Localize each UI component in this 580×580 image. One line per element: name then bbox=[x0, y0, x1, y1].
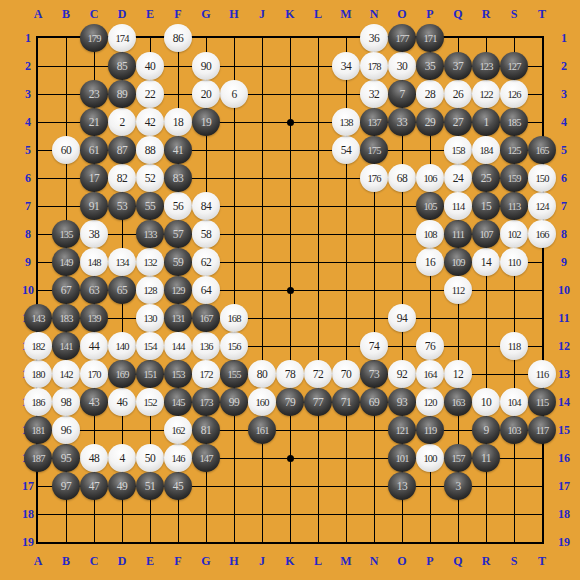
stone-black-S2: 127 bbox=[500, 52, 528, 80]
stone-white-G3: 20 bbox=[192, 80, 220, 108]
go-board[interactable]: AABBCCDDEEFFGGHHJJKKLLMMNNOOPPQQRRSSTT11… bbox=[0, 0, 580, 580]
stone-black-G14: 173 bbox=[192, 388, 220, 416]
stone-black-Q17: 3 bbox=[444, 472, 472, 500]
stone-black-D3: 89 bbox=[108, 80, 136, 108]
row-label-right-19: 19 bbox=[548, 534, 580, 550]
stone-black-R16: 11 bbox=[472, 444, 500, 472]
col-label-bottom-E: E bbox=[140, 553, 160, 569]
row-label-left-4: 4 bbox=[12, 114, 44, 130]
col-label-top-L: L bbox=[308, 6, 328, 22]
stone-white-O11: 94 bbox=[388, 304, 416, 332]
stone-white-G9: 62 bbox=[192, 248, 220, 276]
stone-black-N13: 73 bbox=[360, 360, 388, 388]
stone-white-F12: 144 bbox=[164, 332, 192, 360]
stone-white-G2: 90 bbox=[192, 52, 220, 80]
stone-white-E9: 132 bbox=[136, 248, 164, 276]
col-label-bottom-P: P bbox=[420, 553, 440, 569]
stone-white-E12: 154 bbox=[136, 332, 164, 360]
row-label-left-1: 1 bbox=[12, 30, 44, 46]
stone-white-P13: 164 bbox=[416, 360, 444, 388]
stone-white-D14: 46 bbox=[108, 388, 136, 416]
stone-white-S12: 118 bbox=[500, 332, 528, 360]
row-label-right-10: 10 bbox=[548, 282, 580, 298]
stone-white-P9: 16 bbox=[416, 248, 444, 276]
stone-black-B11: 183 bbox=[52, 304, 80, 332]
stone-white-E11: 130 bbox=[136, 304, 164, 332]
stone-black-E13: 151 bbox=[136, 360, 164, 388]
stone-black-S7: 113 bbox=[500, 192, 528, 220]
row-label-left-2: 2 bbox=[12, 58, 44, 74]
stone-black-O4: 33 bbox=[388, 108, 416, 136]
row-label-left-6: 6 bbox=[12, 170, 44, 186]
col-label-bottom-B: B bbox=[56, 553, 76, 569]
row-label-left-9: 9 bbox=[12, 254, 44, 270]
stone-black-G16: 147 bbox=[192, 444, 220, 472]
stone-black-S15: 103 bbox=[500, 416, 528, 444]
stone-black-K14: 79 bbox=[276, 388, 304, 416]
stone-black-G4: 19 bbox=[192, 108, 220, 136]
stone-white-D16: 4 bbox=[108, 444, 136, 472]
col-label-top-S: S bbox=[504, 6, 524, 22]
row-label-right-18: 18 bbox=[548, 506, 580, 522]
row-label-right-11: 11 bbox=[548, 310, 580, 326]
stone-black-O1: 177 bbox=[388, 24, 416, 52]
stone-black-B8: 135 bbox=[52, 220, 80, 248]
stone-white-E2: 40 bbox=[136, 52, 164, 80]
stone-white-G7: 84 bbox=[192, 192, 220, 220]
stone-white-D6: 82 bbox=[108, 164, 136, 192]
col-label-top-G: G bbox=[196, 6, 216, 22]
stone-black-A16: 187 bbox=[24, 444, 52, 472]
stone-white-C12: 44 bbox=[80, 332, 108, 360]
col-label-top-T: T bbox=[532, 6, 552, 22]
stone-white-C8: 38 bbox=[80, 220, 108, 248]
row-label-right-16: 16 bbox=[548, 450, 580, 466]
stone-white-P3: 28 bbox=[416, 80, 444, 108]
star-point-K4 bbox=[287, 119, 294, 126]
stone-white-E10: 128 bbox=[136, 276, 164, 304]
stone-black-O15: 121 bbox=[388, 416, 416, 444]
stone-white-E16: 50 bbox=[136, 444, 164, 472]
col-label-top-N: N bbox=[364, 6, 384, 22]
stone-black-P4: 29 bbox=[416, 108, 444, 136]
stone-white-R9: 14 bbox=[472, 248, 500, 276]
stone-white-C16: 48 bbox=[80, 444, 108, 472]
stone-white-M4: 138 bbox=[332, 108, 360, 136]
stone-black-A11: 143 bbox=[24, 304, 52, 332]
stone-black-C7: 91 bbox=[80, 192, 108, 220]
row-label-left-7: 7 bbox=[12, 198, 44, 214]
stone-black-R8: 107 bbox=[472, 220, 500, 248]
stone-black-P7: 105 bbox=[416, 192, 444, 220]
grid-line-vertical-L bbox=[318, 38, 319, 542]
row-label-left-3: 3 bbox=[12, 86, 44, 102]
stone-white-R3: 122 bbox=[472, 80, 500, 108]
stone-white-N2: 178 bbox=[360, 52, 388, 80]
stone-white-S14: 104 bbox=[500, 388, 528, 416]
stone-white-E3: 22 bbox=[136, 80, 164, 108]
col-label-bottom-O: O bbox=[392, 553, 412, 569]
col-label-top-P: P bbox=[420, 6, 440, 22]
stone-black-D2: 85 bbox=[108, 52, 136, 80]
col-label-top-E: E bbox=[140, 6, 160, 22]
col-label-bottom-G: G bbox=[196, 553, 216, 569]
stone-white-S8: 102 bbox=[500, 220, 528, 248]
stone-white-Q7: 114 bbox=[444, 192, 472, 220]
stone-white-G10: 64 bbox=[192, 276, 220, 304]
col-label-bottom-D: D bbox=[112, 553, 132, 569]
row-label-left-10: 10 bbox=[12, 282, 44, 298]
stone-white-H3: 6 bbox=[220, 80, 248, 108]
stone-black-R7: 15 bbox=[472, 192, 500, 220]
stone-white-T13: 116 bbox=[528, 360, 556, 388]
row-label-right-9: 9 bbox=[548, 254, 580, 270]
col-label-bottom-J: J bbox=[252, 553, 272, 569]
stone-white-D12: 140 bbox=[108, 332, 136, 360]
stone-black-S6: 159 bbox=[500, 164, 528, 192]
stone-white-N6: 176 bbox=[360, 164, 388, 192]
stone-white-Q3: 26 bbox=[444, 80, 472, 108]
stone-black-D5: 87 bbox=[108, 136, 136, 164]
stone-black-C11: 139 bbox=[80, 304, 108, 332]
col-label-top-D: D bbox=[112, 6, 132, 22]
stone-white-D9: 134 bbox=[108, 248, 136, 276]
stone-black-D13: 169 bbox=[108, 360, 136, 388]
stone-black-A15: 181 bbox=[24, 416, 52, 444]
stone-white-P8: 108 bbox=[416, 220, 444, 248]
stone-black-R6: 25 bbox=[472, 164, 500, 192]
stone-black-C6: 17 bbox=[80, 164, 108, 192]
col-label-bottom-T: T bbox=[532, 553, 552, 569]
stone-white-F15: 162 bbox=[164, 416, 192, 444]
col-label-bottom-C: C bbox=[84, 553, 104, 569]
row-label-left-8: 8 bbox=[12, 226, 44, 242]
stone-black-F10: 129 bbox=[164, 276, 192, 304]
grid-line-horizontal-11 bbox=[38, 318, 542, 319]
stone-black-C1: 179 bbox=[80, 24, 108, 52]
stone-black-C17: 47 bbox=[80, 472, 108, 500]
stone-white-E14: 152 bbox=[136, 388, 164, 416]
stone-white-B13: 142 bbox=[52, 360, 80, 388]
stone-white-A13: 180 bbox=[24, 360, 52, 388]
row-label-left-5: 5 bbox=[12, 142, 44, 158]
stone-black-F17: 45 bbox=[164, 472, 192, 500]
stone-black-F14: 145 bbox=[164, 388, 192, 416]
star-point-K16 bbox=[287, 455, 294, 462]
stone-white-R14: 10 bbox=[472, 388, 500, 416]
stone-white-O2: 30 bbox=[388, 52, 416, 80]
stone-black-J15: 161 bbox=[248, 416, 276, 444]
stone-black-M14: 71 bbox=[332, 388, 360, 416]
col-label-bottom-M: M bbox=[336, 553, 356, 569]
stone-black-Q8: 111 bbox=[444, 220, 472, 248]
stone-white-A14: 186 bbox=[24, 388, 52, 416]
stone-white-B15: 96 bbox=[52, 416, 80, 444]
stone-black-D10: 65 bbox=[108, 276, 136, 304]
stone-black-T14: 115 bbox=[528, 388, 556, 416]
col-label-top-J: J bbox=[252, 6, 272, 22]
stone-white-F16: 146 bbox=[164, 444, 192, 472]
stone-black-H13: 155 bbox=[220, 360, 248, 388]
stone-black-C10: 63 bbox=[80, 276, 108, 304]
stone-black-E8: 133 bbox=[136, 220, 164, 248]
stone-white-O6: 68 bbox=[388, 164, 416, 192]
stone-white-F4: 18 bbox=[164, 108, 192, 136]
stone-white-P14: 120 bbox=[416, 388, 444, 416]
stone-black-F5: 41 bbox=[164, 136, 192, 164]
row-label-right-1: 1 bbox=[548, 30, 580, 46]
stone-black-O16: 101 bbox=[388, 444, 416, 472]
stone-black-E7: 55 bbox=[136, 192, 164, 220]
row-label-right-3: 3 bbox=[548, 86, 580, 102]
stone-black-F6: 83 bbox=[164, 164, 192, 192]
col-label-bottom-H: H bbox=[224, 553, 244, 569]
stone-black-Q16: 157 bbox=[444, 444, 472, 472]
stone-black-S5: 125 bbox=[500, 136, 528, 164]
stone-black-G15: 81 bbox=[192, 416, 220, 444]
stone-white-J14: 160 bbox=[248, 388, 276, 416]
stone-black-R15: 9 bbox=[472, 416, 500, 444]
stone-white-M2: 34 bbox=[332, 52, 360, 80]
stone-white-E4: 42 bbox=[136, 108, 164, 136]
row-label-right-2: 2 bbox=[548, 58, 580, 74]
stone-black-C5: 61 bbox=[80, 136, 108, 164]
stone-black-G11: 167 bbox=[192, 304, 220, 332]
stone-black-C3: 23 bbox=[80, 80, 108, 108]
stone-white-Q6: 24 bbox=[444, 164, 472, 192]
col-label-top-B: B bbox=[56, 6, 76, 22]
stone-white-M5: 54 bbox=[332, 136, 360, 164]
col-label-top-K: K bbox=[280, 6, 300, 22]
col-label-bottom-N: N bbox=[364, 553, 384, 569]
stone-white-P6: 106 bbox=[416, 164, 444, 192]
col-label-top-C: C bbox=[84, 6, 104, 22]
stone-white-F1: 86 bbox=[164, 24, 192, 52]
stone-black-R2: 123 bbox=[472, 52, 500, 80]
stone-black-D7: 53 bbox=[108, 192, 136, 220]
stone-white-B14: 98 bbox=[52, 388, 80, 416]
col-label-bottom-R: R bbox=[476, 553, 496, 569]
stone-white-J13: 80 bbox=[248, 360, 276, 388]
stone-white-Q5: 158 bbox=[444, 136, 472, 164]
star-point-K10 bbox=[287, 287, 294, 294]
stone-white-R5: 184 bbox=[472, 136, 500, 164]
stone-white-T6: 150 bbox=[528, 164, 556, 192]
stone-black-B10: 67 bbox=[52, 276, 80, 304]
stone-black-R4: 1 bbox=[472, 108, 500, 136]
col-label-top-M: M bbox=[336, 6, 356, 22]
stone-black-S4: 185 bbox=[500, 108, 528, 136]
stone-black-O3: 7 bbox=[388, 80, 416, 108]
stone-black-B12: 141 bbox=[52, 332, 80, 360]
stone-black-T15: 117 bbox=[528, 416, 556, 444]
row-label-left-17: 17 bbox=[12, 478, 44, 494]
col-label-top-A: A bbox=[28, 6, 48, 22]
grid-line-horizontal-18 bbox=[38, 514, 542, 515]
col-label-top-F: F bbox=[168, 6, 188, 22]
stone-black-N14: 69 bbox=[360, 388, 388, 416]
stone-black-F13: 153 bbox=[164, 360, 192, 388]
stone-black-B9: 149 bbox=[52, 248, 80, 276]
stone-white-L13: 72 bbox=[304, 360, 332, 388]
col-label-top-O: O bbox=[392, 6, 412, 22]
row-label-left-19: 19 bbox=[12, 534, 44, 550]
stone-white-D1: 174 bbox=[108, 24, 136, 52]
stone-black-H14: 99 bbox=[220, 388, 248, 416]
stone-white-P16: 100 bbox=[416, 444, 444, 472]
stone-white-Q13: 12 bbox=[444, 360, 472, 388]
col-label-bottom-K: K bbox=[280, 553, 300, 569]
col-label-top-R: R bbox=[476, 6, 496, 22]
stone-white-P12: 76 bbox=[416, 332, 444, 360]
stone-black-O14: 93 bbox=[388, 388, 416, 416]
row-label-right-4: 4 bbox=[548, 114, 580, 130]
stone-white-C9: 148 bbox=[80, 248, 108, 276]
stone-black-B17: 97 bbox=[52, 472, 80, 500]
stone-black-Q14: 163 bbox=[444, 388, 472, 416]
stone-white-N3: 32 bbox=[360, 80, 388, 108]
stone-white-D4: 2 bbox=[108, 108, 136, 136]
stone-white-C13: 170 bbox=[80, 360, 108, 388]
stone-white-N1: 36 bbox=[360, 24, 388, 52]
stone-black-Q9: 109 bbox=[444, 248, 472, 276]
stone-white-Q10: 112 bbox=[444, 276, 472, 304]
stone-white-G13: 172 bbox=[192, 360, 220, 388]
col-label-bottom-Q: Q bbox=[448, 553, 468, 569]
stone-white-M13: 70 bbox=[332, 360, 360, 388]
stone-white-G12: 136 bbox=[192, 332, 220, 360]
stone-black-Q4: 27 bbox=[444, 108, 472, 136]
stone-black-Q2: 37 bbox=[444, 52, 472, 80]
stone-black-P1: 171 bbox=[416, 24, 444, 52]
grid-line-horizontal-15 bbox=[38, 430, 542, 431]
col-label-top-H: H bbox=[224, 6, 244, 22]
stone-white-S3: 126 bbox=[500, 80, 528, 108]
stone-white-T7: 124 bbox=[528, 192, 556, 220]
stone-black-F8: 57 bbox=[164, 220, 192, 248]
stone-white-S9: 110 bbox=[500, 248, 528, 276]
stone-white-E6: 52 bbox=[136, 164, 164, 192]
stone-white-A12: 182 bbox=[24, 332, 52, 360]
row-label-right-17: 17 bbox=[548, 478, 580, 494]
stone-white-O13: 92 bbox=[388, 360, 416, 388]
stone-white-F7: 56 bbox=[164, 192, 192, 220]
stone-black-E17: 51 bbox=[136, 472, 164, 500]
col-label-bottom-F: F bbox=[168, 553, 188, 569]
col-label-bottom-S: S bbox=[504, 553, 524, 569]
stone-black-L14: 77 bbox=[304, 388, 332, 416]
col-label-bottom-A: A bbox=[28, 553, 48, 569]
stone-black-P15: 119 bbox=[416, 416, 444, 444]
row-label-left-18: 18 bbox=[12, 506, 44, 522]
stone-white-H12: 156 bbox=[220, 332, 248, 360]
stone-black-B16: 95 bbox=[52, 444, 80, 472]
stone-white-B5: 60 bbox=[52, 136, 80, 164]
row-label-right-12: 12 bbox=[548, 338, 580, 354]
stone-black-T5: 165 bbox=[528, 136, 556, 164]
stone-white-G8: 58 bbox=[192, 220, 220, 248]
stone-black-O17: 13 bbox=[388, 472, 416, 500]
stone-white-K13: 78 bbox=[276, 360, 304, 388]
stone-black-N5: 175 bbox=[360, 136, 388, 164]
stone-white-H11: 168 bbox=[220, 304, 248, 332]
stone-black-C14: 43 bbox=[80, 388, 108, 416]
stone-black-D17: 49 bbox=[108, 472, 136, 500]
stone-white-E5: 88 bbox=[136, 136, 164, 164]
col-label-bottom-L: L bbox=[308, 553, 328, 569]
stone-black-P2: 35 bbox=[416, 52, 444, 80]
stone-white-T8: 166 bbox=[528, 220, 556, 248]
stone-black-C4: 21 bbox=[80, 108, 108, 136]
stone-black-F11: 131 bbox=[164, 304, 192, 332]
stone-black-N4: 137 bbox=[360, 108, 388, 136]
col-label-top-Q: Q bbox=[448, 6, 468, 22]
stone-black-F9: 59 bbox=[164, 248, 192, 276]
stone-white-N12: 74 bbox=[360, 332, 388, 360]
